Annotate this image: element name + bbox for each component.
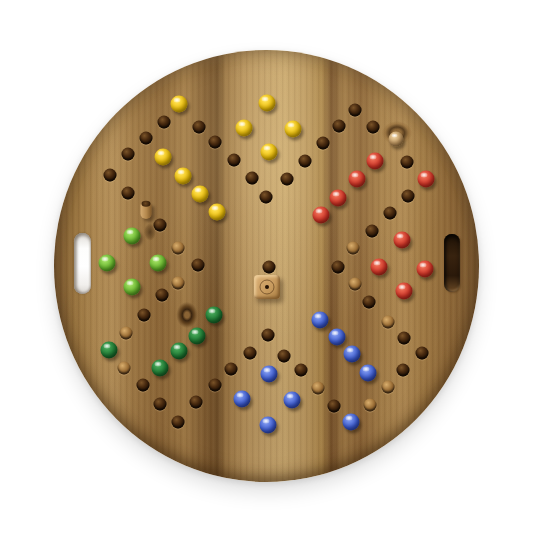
hole-empty-shallow[interactable] <box>347 242 360 255</box>
marble-yellow[interactable] <box>209 204 226 221</box>
hole-empty[interactable] <box>332 261 345 274</box>
hole-empty[interactable] <box>122 187 135 200</box>
hole-empty[interactable] <box>156 289 169 302</box>
marble-natural-wood[interactable] <box>389 132 404 147</box>
marble-blue[interactable] <box>261 366 278 383</box>
hole-empty[interactable] <box>397 364 410 377</box>
marble-red[interactable] <box>396 283 413 300</box>
hole-empty[interactable] <box>295 364 308 377</box>
marble-blue[interactable] <box>344 346 361 363</box>
marble-red[interactable] <box>418 171 435 188</box>
hole-empty[interactable] <box>416 347 429 360</box>
hole-empty[interactable] <box>192 259 205 272</box>
hole-empty[interactable] <box>281 173 294 186</box>
marble-blue[interactable] <box>343 414 360 431</box>
hole-empty[interactable] <box>158 116 171 129</box>
marble-yellow[interactable] <box>236 120 253 137</box>
hole-empty[interactable] <box>349 104 362 117</box>
hole-empty[interactable] <box>317 137 330 150</box>
hole-empty[interactable] <box>246 172 259 185</box>
marble-red[interactable] <box>330 190 347 207</box>
marble-green[interactable] <box>124 279 141 296</box>
marble-dark-green[interactable] <box>206 307 223 324</box>
hole-empty-shallow[interactable] <box>172 277 185 290</box>
hole-empty[interactable] <box>263 261 276 274</box>
hole-empty[interactable] <box>104 169 117 182</box>
marble-red[interactable] <box>394 232 411 249</box>
marble-dark-green[interactable] <box>171 343 188 360</box>
marble-red[interactable] <box>313 207 330 224</box>
hole-empty[interactable] <box>140 132 153 145</box>
marble-green[interactable] <box>99 255 116 272</box>
hole-empty-shallow[interactable] <box>118 362 131 375</box>
hole-empty-shallow[interactable] <box>172 242 185 255</box>
right-handle-cutout <box>444 234 460 292</box>
marble-green[interactable] <box>124 228 141 245</box>
marble-yellow[interactable] <box>285 121 302 138</box>
hole-empty-shallow[interactable] <box>382 381 395 394</box>
marble-blue[interactable] <box>312 312 329 329</box>
marble-red[interactable] <box>367 153 384 170</box>
hole-empty[interactable] <box>209 136 222 149</box>
marble-yellow[interactable] <box>261 144 278 161</box>
hole-empty[interactable] <box>401 156 414 169</box>
photo-background <box>0 0 533 533</box>
hole-empty[interactable] <box>138 309 151 322</box>
hole-empty[interactable] <box>278 350 291 363</box>
marble-red[interactable] <box>417 261 434 278</box>
hole-empty[interactable] <box>122 148 135 161</box>
left-handle-cutout <box>74 233 91 294</box>
hole-empty[interactable] <box>402 190 415 203</box>
hole-empty-shallow[interactable] <box>312 382 325 395</box>
hole-empty[interactable] <box>244 347 257 360</box>
hole-empty[interactable] <box>384 207 397 220</box>
marble-yellow[interactable] <box>192 186 209 203</box>
wood-peg[interactable] <box>141 203 152 219</box>
hole-empty[interactable] <box>367 121 380 134</box>
marble-dark-green[interactable] <box>152 360 169 377</box>
marble-dark-green[interactable] <box>189 328 206 345</box>
marble-blue[interactable] <box>360 365 377 382</box>
marble-blue[interactable] <box>329 329 346 346</box>
hole-empty[interactable] <box>172 416 185 429</box>
hole-empty-shallow[interactable] <box>382 316 395 329</box>
marble-blue[interactable] <box>234 391 251 408</box>
center-wooden-die[interactable] <box>254 275 280 299</box>
marble-dark-green[interactable] <box>101 342 118 359</box>
hole-empty[interactable] <box>190 396 203 409</box>
hole-empty[interactable] <box>299 155 312 168</box>
hole-empty[interactable] <box>363 296 376 309</box>
marble-yellow[interactable] <box>171 96 188 113</box>
hole-empty-shallow[interactable] <box>364 399 377 412</box>
marble-yellow[interactable] <box>175 168 192 185</box>
hole-empty[interactable] <box>328 400 341 413</box>
hole-empty[interactable] <box>260 191 273 204</box>
hole-empty[interactable] <box>333 120 346 133</box>
wood-knot <box>174 299 200 331</box>
marble-red[interactable] <box>349 171 366 188</box>
marble-blue[interactable] <box>260 417 277 434</box>
hole-empty[interactable] <box>366 225 379 238</box>
hole-empty[interactable] <box>225 363 238 376</box>
hole-empty[interactable] <box>154 219 167 232</box>
game-board <box>54 50 479 482</box>
hole-empty-shallow[interactable] <box>349 278 362 291</box>
marble-green[interactable] <box>150 255 167 272</box>
hole-empty[interactable] <box>154 398 167 411</box>
hole-empty-shallow[interactable] <box>120 327 133 340</box>
hole-empty[interactable] <box>209 379 222 392</box>
hole-empty[interactable] <box>137 379 150 392</box>
marble-yellow[interactable] <box>259 95 276 112</box>
hole-empty[interactable] <box>228 154 241 167</box>
hole-empty[interactable] <box>193 121 206 134</box>
hole-empty[interactable] <box>262 329 275 342</box>
marble-blue[interactable] <box>284 392 301 409</box>
marble-red[interactable] <box>371 259 388 276</box>
marble-yellow[interactable] <box>155 149 172 166</box>
hole-empty[interactable] <box>398 332 411 345</box>
